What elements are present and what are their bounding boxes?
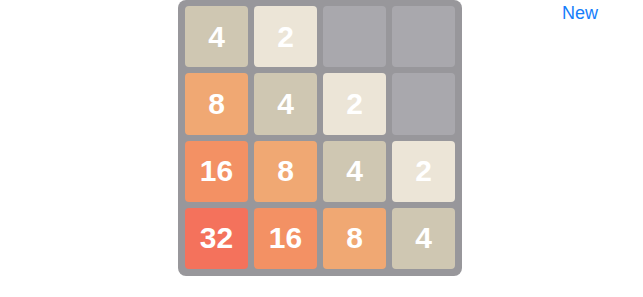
new-game-button[interactable]: New [562, 2, 598, 24]
tile-4-r1c1: 4 [185, 6, 248, 67]
tile-8-r2c1: 8 [185, 73, 248, 134]
tile-8-r3c2: 8 [254, 141, 317, 202]
empty-cell-r1c3 [323, 6, 386, 67]
tile-2-r3c4: 2 [392, 141, 455, 202]
tile-16-r3c1: 16 [185, 141, 248, 202]
tile-32-r4c1: 32 [185, 208, 248, 269]
board-2048[interactable]: 4284216842321684 [178, 0, 462, 276]
app-window: 4284216842321684 New [0, 0, 643, 297]
tile-4-r2c2: 4 [254, 73, 317, 134]
tile-4-r3c3: 4 [323, 141, 386, 202]
tile-8-r4c3: 8 [323, 208, 386, 269]
tile-4-r4c4: 4 [392, 208, 455, 269]
tile-16-r4c2: 16 [254, 208, 317, 269]
empty-cell-r2c4 [392, 73, 455, 134]
tile-2-r2c3: 2 [323, 73, 386, 134]
tile-2-r1c2: 2 [254, 6, 317, 67]
empty-cell-r1c4 [392, 6, 455, 67]
